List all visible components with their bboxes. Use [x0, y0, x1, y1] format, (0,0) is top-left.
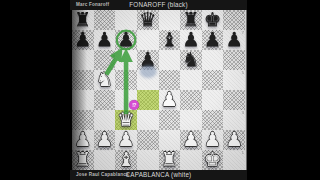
black-rook-a8: ♜	[74, 10, 91, 30]
black-pawn-d6: ♟	[139, 50, 156, 70]
square-d5[interactable]	[137, 70, 159, 90]
white-pawn-e4: ♟	[161, 90, 178, 110]
white-pawn-b2: ♟	[96, 130, 113, 150]
black-pawn-g7: ♟	[204, 30, 221, 50]
black-bishop-e7: ♝	[161, 30, 178, 50]
square-d6[interactable]: ♟	[137, 50, 159, 70]
white-pawn-h2: ♟	[225, 130, 242, 150]
square-g7[interactable]: ♟	[202, 30, 224, 50]
square-d4[interactable]	[137, 90, 159, 110]
square-f7[interactable]: ♟	[180, 30, 202, 50]
square-e6[interactable]	[159, 50, 181, 70]
square-b1[interactable]	[94, 150, 116, 170]
square-e7[interactable]: ♝	[159, 30, 181, 50]
white-player-title: CAPABLANCA (white)	[70, 170, 247, 180]
square-c1[interactable]: ♝	[115, 150, 137, 170]
square-g6[interactable]	[202, 50, 224, 70]
square-f8[interactable]: ♜	[180, 10, 202, 30]
white-knight-b5: ♞	[96, 70, 113, 90]
square-a2[interactable]: ♟	[72, 130, 94, 150]
square-a3[interactable]	[72, 110, 94, 130]
square-g1[interactable]: ♚	[202, 150, 224, 170]
square-c6[interactable]	[115, 50, 137, 70]
chess-board: ♜♛♜♚8♟♟♟♝♟♟♟7♟♞6♞5♟4♛3♟♟♟♟♟♟2♜♝♜♚1	[72, 10, 245, 170]
white-pawn-f2: ♟	[182, 130, 199, 150]
black-pawn-f7: ♟	[182, 30, 199, 50]
square-a1[interactable]: ♜	[72, 150, 94, 170]
square-a6[interactable]	[72, 50, 94, 70]
square-a8[interactable]: ♜	[72, 10, 94, 30]
square-b5[interactable]: ♞	[94, 70, 116, 90]
square-e2[interactable]	[159, 130, 181, 150]
square-a5[interactable]	[72, 70, 94, 90]
square-h1[interactable]: 1	[223, 150, 245, 170]
square-f3[interactable]	[180, 110, 202, 130]
interesting-move-badge: !?	[129, 100, 139, 110]
white-queen-c3: ♛	[117, 110, 134, 130]
square-d3[interactable]	[137, 110, 159, 130]
square-f4[interactable]	[180, 90, 202, 110]
rank-coordinate-3: 3	[242, 111, 244, 115]
black-pawn-h7: ♟	[225, 30, 242, 50]
square-d2[interactable]	[137, 130, 159, 150]
square-e3[interactable]	[159, 110, 181, 130]
square-e5[interactable]	[159, 70, 181, 90]
square-a4[interactable]	[72, 90, 94, 110]
square-g2[interactable]: ♟	[202, 130, 224, 150]
black-pawn-a7: ♟	[74, 30, 91, 50]
square-b3[interactable]	[94, 110, 116, 130]
square-h2[interactable]: ♟2	[223, 130, 245, 150]
rank-coordinate-4: 4	[242, 91, 244, 95]
black-pawn-c7: ♟	[117, 30, 134, 50]
white-rook-a1: ♜	[74, 150, 91, 170]
rank-coordinate-1: 1	[242, 151, 244, 155]
black-rook-f8: ♜	[182, 10, 199, 30]
square-c2[interactable]: ♟	[115, 130, 137, 150]
square-g5[interactable]	[202, 70, 224, 90]
square-e4[interactable]: ♟	[159, 90, 181, 110]
square-b4[interactable]	[94, 90, 116, 110]
white-king-g1: ♚	[204, 150, 221, 170]
black-player-title: FONAROFF (black)	[70, 0, 247, 10]
square-g8[interactable]: ♚	[202, 10, 224, 30]
square-g4[interactable]	[202, 90, 224, 110]
video-frame: Marc Fonaroff FONAROFF (black) ♜♛♜♚8♟♟♟♝…	[0, 0, 320, 180]
rank-coordinate-2: 2	[242, 131, 244, 135]
square-g3[interactable]	[202, 110, 224, 130]
black-queen-d8: ♛	[139, 10, 156, 30]
rank-coordinate-7: 7	[242, 31, 244, 35]
rank-coordinate-8: 8	[242, 11, 244, 15]
square-f6[interactable]: ♞	[180, 50, 202, 70]
square-c5[interactable]	[115, 70, 137, 90]
square-c7[interactable]: ♟	[115, 30, 137, 50]
white-bishop-c1: ♝	[117, 150, 134, 170]
square-f1[interactable]	[180, 150, 202, 170]
square-b2[interactable]: ♟	[94, 130, 116, 150]
square-d1[interactable]	[137, 150, 159, 170]
top-player-bar: Marc Fonaroff FONAROFF (black)	[70, 0, 247, 10]
square-h7[interactable]: ♟7	[223, 30, 245, 50]
square-f2[interactable]: ♟	[180, 130, 202, 150]
square-h8[interactable]: 8	[223, 10, 245, 30]
square-b7[interactable]: ♟	[94, 30, 116, 50]
square-d7[interactable]	[137, 30, 159, 50]
square-c8[interactable]	[115, 10, 137, 30]
square-e8[interactable]	[159, 10, 181, 30]
black-pawn-b7: ♟	[96, 30, 113, 50]
square-h6[interactable]: 6	[223, 50, 245, 70]
square-h4[interactable]: 4	[223, 90, 245, 110]
black-knight-f6: ♞	[182, 50, 199, 70]
square-a7[interactable]: ♟	[72, 30, 94, 50]
white-pawn-c2: ♟	[117, 130, 134, 150]
rank-coordinate-5: 5	[242, 71, 244, 75]
square-d8[interactable]: ♛	[137, 10, 159, 30]
white-rook-e1: ♜	[161, 150, 178, 170]
square-c3[interactable]: ♛	[115, 110, 137, 130]
white-pawn-a2: ♟	[74, 130, 91, 150]
square-b8[interactable]	[94, 10, 116, 30]
square-b6[interactable]	[94, 50, 116, 70]
white-pawn-g2: ♟	[204, 130, 221, 150]
black-king-g8: ♚	[204, 10, 221, 30]
rank-coordinate-6: 6	[242, 51, 244, 55]
bottom-player-bar: Jose Raul Capablanca CAPABLANCA (white)	[70, 170, 247, 180]
square-h3[interactable]: 3	[223, 110, 245, 130]
last-move-highlight	[137, 90, 159, 110]
square-e1[interactable]: ♜	[159, 150, 181, 170]
square-f5[interactable]	[180, 70, 202, 90]
square-h5[interactable]: 5	[223, 70, 245, 90]
